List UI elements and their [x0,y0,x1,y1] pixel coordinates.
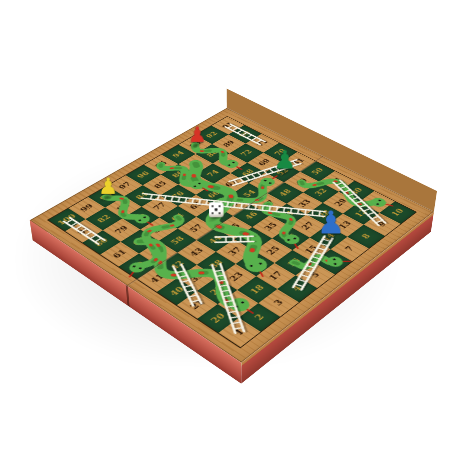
pawn-red: ♟ [188,124,207,145]
pawn-yellow: ♟ [98,175,118,197]
scene: 1009998979695949392918182838485868788899… [0,0,450,450]
die-pip [211,205,214,208]
pawn-green: ♟ [273,148,296,173]
die-pip [215,208,218,211]
die [209,202,224,217]
pawn-blue: ♟ [317,207,345,239]
die-pip [218,212,221,215]
die-pip [218,205,221,208]
die-pip [211,212,214,215]
